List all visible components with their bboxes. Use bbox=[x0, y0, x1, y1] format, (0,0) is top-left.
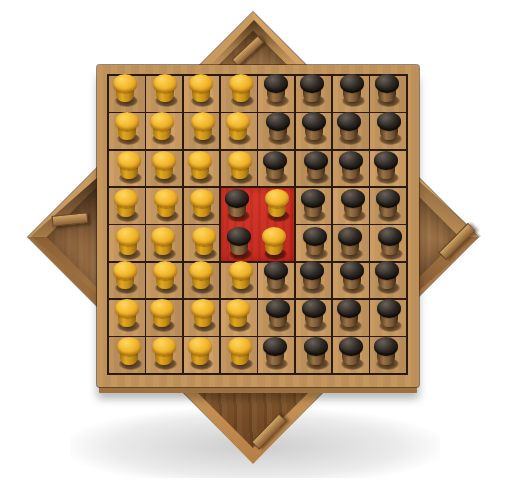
peg-yellow[interactable] bbox=[150, 74, 180, 108]
peg-black[interactable] bbox=[338, 189, 368, 223]
peg-black[interactable] bbox=[300, 227, 330, 261]
peg-cap bbox=[300, 261, 324, 280]
peg-cap bbox=[225, 189, 249, 208]
peg-yellow[interactable] bbox=[110, 74, 140, 108]
peg-black[interactable] bbox=[299, 112, 329, 146]
peg-cap bbox=[191, 112, 215, 131]
peg-yellow[interactable] bbox=[151, 189, 181, 223]
peg-yellow[interactable] bbox=[114, 151, 144, 185]
peg-cap bbox=[376, 189, 400, 208]
peg-cap bbox=[263, 151, 287, 170]
peg-cap bbox=[228, 337, 252, 356]
peg-cap bbox=[300, 74, 324, 93]
peg-yellow[interactable] bbox=[110, 261, 140, 295]
peg-black[interactable] bbox=[297, 74, 327, 108]
peg-black[interactable] bbox=[298, 189, 328, 223]
game-board bbox=[97, 65, 419, 387]
peg-yellow[interactable] bbox=[226, 74, 256, 108]
peg-cap bbox=[266, 299, 290, 318]
peg-cap bbox=[113, 261, 137, 280]
peg-cap bbox=[263, 337, 287, 356]
peg-cap bbox=[302, 299, 326, 318]
peg-cap bbox=[337, 299, 361, 318]
peg-cap bbox=[188, 337, 212, 356]
peg-cap bbox=[374, 337, 398, 356]
peg-cap bbox=[152, 151, 176, 170]
peg-yellow[interactable] bbox=[147, 112, 177, 146]
peg-cap bbox=[113, 74, 137, 93]
peg-black[interactable] bbox=[374, 112, 404, 146]
peg-cap bbox=[115, 299, 139, 318]
peg-cap bbox=[153, 74, 177, 93]
peg-cap bbox=[266, 112, 290, 131]
peg-cap bbox=[229, 261, 253, 280]
peg-yellow[interactable] bbox=[186, 74, 216, 108]
peg-cap bbox=[338, 227, 362, 246]
peg-yellow[interactable] bbox=[149, 151, 179, 185]
peg-cap bbox=[339, 151, 363, 170]
peg-black[interactable] bbox=[371, 151, 401, 185]
peg-black[interactable] bbox=[222, 189, 252, 223]
peg-cap bbox=[377, 299, 401, 318]
peg-layer bbox=[107, 74, 408, 375]
peg-yellow[interactable] bbox=[225, 151, 255, 185]
peg-cap bbox=[303, 227, 327, 246]
peg-cap bbox=[339, 337, 363, 356]
peg-cap bbox=[189, 261, 213, 280]
peg-black[interactable] bbox=[263, 112, 293, 146]
peg-yellow[interactable] bbox=[185, 337, 215, 371]
peg-cap bbox=[378, 227, 402, 246]
peg-yellow[interactable] bbox=[112, 112, 142, 146]
peg-yellow[interactable] bbox=[148, 227, 178, 261]
peg-cap bbox=[265, 189, 289, 208]
peg-cap bbox=[374, 151, 398, 170]
peg-cap bbox=[192, 227, 216, 246]
peg-cap bbox=[152, 337, 176, 356]
peg-black[interactable] bbox=[260, 151, 290, 185]
peg-cap bbox=[340, 74, 364, 93]
peg-black[interactable] bbox=[372, 74, 402, 108]
peg-cap bbox=[150, 112, 174, 131]
peg-black[interactable] bbox=[337, 74, 367, 108]
peg-yellow[interactable] bbox=[112, 299, 142, 333]
peg-cap bbox=[229, 74, 253, 93]
peg-black[interactable] bbox=[301, 337, 331, 371]
peg-yellow[interactable] bbox=[150, 261, 180, 295]
peg-cap bbox=[188, 151, 212, 170]
peg-black[interactable] bbox=[224, 227, 254, 261]
peg-cap bbox=[337, 112, 361, 131]
peg-cap bbox=[115, 112, 139, 131]
peg-black[interactable] bbox=[301, 151, 331, 185]
peg-yellow[interactable] bbox=[223, 112, 253, 146]
peg-cap bbox=[302, 112, 326, 131]
peg-cap bbox=[377, 112, 401, 131]
peg-cap bbox=[304, 337, 328, 356]
peg-cap bbox=[153, 261, 177, 280]
othello-travel-set-photo bbox=[0, 0, 512, 489]
peg-yellow[interactable] bbox=[225, 337, 255, 371]
peg-yellow[interactable] bbox=[187, 189, 217, 223]
peg-black[interactable] bbox=[297, 261, 327, 295]
peg-cap bbox=[154, 189, 178, 208]
peg-black[interactable] bbox=[371, 337, 401, 371]
peg-yellow[interactable] bbox=[149, 337, 179, 371]
peg-cap bbox=[262, 227, 286, 246]
peg-black[interactable] bbox=[334, 112, 364, 146]
peg-cap bbox=[264, 261, 288, 280]
peg-yellow[interactable] bbox=[113, 227, 143, 261]
peg-cap bbox=[191, 299, 215, 318]
peg-cap bbox=[114, 189, 138, 208]
peg-cap bbox=[150, 299, 174, 318]
peg-black[interactable] bbox=[299, 299, 329, 333]
peg-black[interactable] bbox=[334, 299, 364, 333]
peg-cap bbox=[375, 74, 399, 93]
peg-cap bbox=[151, 227, 175, 246]
peg-black[interactable] bbox=[373, 189, 403, 223]
peg-cap bbox=[189, 74, 213, 93]
peg-black[interactable] bbox=[261, 261, 291, 295]
peg-cap bbox=[375, 261, 399, 280]
peg-cap bbox=[117, 337, 141, 356]
peg-yellow[interactable] bbox=[188, 299, 218, 333]
peg-cap bbox=[226, 299, 250, 318]
board-grid bbox=[107, 74, 408, 375]
peg-cap bbox=[228, 151, 252, 170]
peg-yellow[interactable] bbox=[226, 261, 256, 295]
peg-black[interactable] bbox=[337, 261, 367, 295]
peg-cap bbox=[117, 151, 141, 170]
peg-yellow[interactable] bbox=[188, 112, 218, 146]
peg-cap bbox=[340, 261, 364, 280]
peg-yellow[interactable] bbox=[189, 227, 219, 261]
peg-black[interactable] bbox=[374, 299, 404, 333]
peg-cap bbox=[301, 189, 325, 208]
peg-black[interactable] bbox=[336, 151, 366, 185]
peg-yellow[interactable] bbox=[186, 261, 216, 295]
peg-black[interactable] bbox=[260, 337, 290, 371]
peg-yellow[interactable] bbox=[259, 227, 289, 261]
peg-cap bbox=[304, 151, 328, 170]
peg-black[interactable] bbox=[372, 261, 402, 295]
peg-cap bbox=[264, 74, 288, 93]
peg-black[interactable] bbox=[336, 337, 366, 371]
peg-cap bbox=[190, 189, 214, 208]
peg-black[interactable] bbox=[263, 299, 293, 333]
peg-black[interactable] bbox=[261, 74, 291, 108]
peg-cap bbox=[227, 227, 251, 246]
peg-yellow[interactable] bbox=[223, 299, 253, 333]
peg-black[interactable] bbox=[375, 227, 405, 261]
peg-cap bbox=[226, 112, 250, 131]
peg-yellow[interactable] bbox=[114, 337, 144, 371]
peg-yellow[interactable] bbox=[111, 189, 141, 223]
peg-yellow[interactable] bbox=[185, 151, 215, 185]
peg-yellow[interactable] bbox=[147, 299, 177, 333]
peg-black[interactable] bbox=[335, 227, 365, 261]
peg-cap bbox=[341, 189, 365, 208]
peg-cap bbox=[116, 227, 140, 246]
peg-yellow[interactable] bbox=[262, 189, 292, 223]
